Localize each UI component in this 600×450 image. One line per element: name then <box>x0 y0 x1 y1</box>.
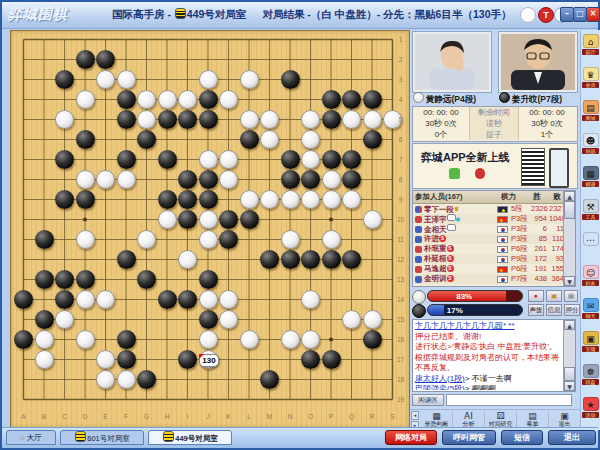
stone-black <box>117 250 136 269</box>
scroll-up-icon[interactable]: ▲ <box>564 191 575 201</box>
flag-dark-icon <box>497 206 508 213</box>
icon-glyph: ▦ <box>583 166 599 180</box>
icon-label: 聊天 <box>582 313 599 319</box>
coord-number: 19 <box>394 396 407 403</box>
white-byoyomi: 30秒 0次 <box>413 118 469 129</box>
white-stone-icon <box>413 92 424 103</box>
stone-white <box>158 210 177 229</box>
stone-white <box>301 150 320 169</box>
stone-white <box>199 290 218 309</box>
flag-emblem <box>501 258 505 262</box>
coord-letter: Q <box>346 413 358 420</box>
toolbar-icon: ▣ <box>549 411 580 421</box>
button-网络对局[interactable]: 网络对局 <box>385 430 437 445</box>
bubble-badge-icon <box>447 214 456 221</box>
black-player-photo <box>499 32 577 92</box>
flag-emblem <box>501 238 505 242</box>
coord-number: 9 <box>394 196 407 203</box>
stone-white <box>137 110 156 129</box>
stone-white <box>76 90 95 109</box>
toolbar-scroll-left-icon[interactable]: ◂ <box>411 411 419 420</box>
tab-601号对局室[interactable]: 601号对局室 <box>60 430 144 445</box>
system-message: 进行状态>‘黄静远’执白 中盘胜‘姜升旼’。 <box>415 342 557 351</box>
stone-black <box>342 90 361 109</box>
stone-black <box>363 90 382 109</box>
icon-label: 活动 <box>582 412 599 418</box>
stone-black <box>76 50 95 69</box>
spectator-row[interactable]: 许进SP3段85110 <box>413 234 565 244</box>
stone-black <box>55 190 74 209</box>
spectator-name[interactable]: 马逸超S <box>424 264 454 274</box>
flag-kr-icon <box>497 236 508 243</box>
stone-white <box>76 330 95 349</box>
icon-glyph: ▤ <box>583 100 599 114</box>
spectator-rank: P6段 <box>511 244 533 254</box>
side-icon-好友[interactable]: ☺好友 <box>582 265 599 286</box>
flag-emblem <box>501 248 505 252</box>
icon-glyph: ★ <box>583 397 599 411</box>
stone-black <box>281 250 300 269</box>
stone-black <box>55 70 74 89</box>
side-icon-bar: ⌂前厅♛会员▤商城☻对战▦棋谱⚒工具⋯☺好友✉聊天▣宝箱☸转盘★活动 <box>580 30 600 430</box>
stone-white <box>342 190 361 209</box>
stone-black <box>260 250 279 269</box>
stone-black <box>178 190 197 209</box>
coord-letter: E <box>100 413 112 420</box>
system-message: 根据弈城规则及对局者的认可，本结果将不再反复。 <box>415 353 559 373</box>
spectator-rank: P6段 <box>511 264 533 274</box>
gift-box-icon[interactable]: ▤ <box>564 290 578 302</box>
coord-letter: P <box>325 413 337 420</box>
stone-black <box>14 330 33 349</box>
coord-number: 14 <box>394 296 407 303</box>
white-time: 00: 00: 00 <box>413 108 469 117</box>
toolbar-icon: ⚄ <box>485 411 516 421</box>
stone-black <box>301 350 320 369</box>
stone-white <box>199 70 218 89</box>
stone-white <box>117 370 136 389</box>
stone-black <box>117 330 136 349</box>
icon-label: 对战 <box>582 148 599 154</box>
crown-badge-icon: ♛ <box>454 206 459 212</box>
qr-code <box>521 148 545 186</box>
thumb-icon <box>415 206 422 213</box>
stone-black <box>117 150 136 169</box>
stone-white <box>137 230 156 249</box>
stone-white <box>178 90 197 109</box>
scroll-thumb[interactable] <box>564 201 575 219</box>
stone-white <box>76 290 95 309</box>
phone-icon <box>549 148 569 188</box>
stone-white <box>199 150 218 169</box>
gift-case-icon[interactable]: ▣ <box>546 290 562 302</box>
side-icon-转盘[interactable]: ☸转盘 <box>582 364 599 385</box>
spectator-wins: 2326 <box>531 204 547 214</box>
coord-number: 11 <box>394 236 407 243</box>
side-icon-商城[interactable]: ▤商城 <box>582 100 599 121</box>
stone-black <box>219 210 238 229</box>
chat-message: 巴陵强奕(5段)> 唰唰唰 <box>415 384 563 390</box>
icon-glyph: ▣ <box>583 331 599 345</box>
icon-glyph: ☻ <box>583 133 599 147</box>
tool-icon[interactable]: T <box>538 7 554 23</box>
stone-black <box>260 370 279 389</box>
coord-letter: K <box>223 413 235 420</box>
side-icon-宝箱[interactable]: ▣宝箱 <box>582 331 599 352</box>
maximize-button[interactable]: □ <box>573 7 587 22</box>
spectator-wins: 261 <box>531 244 547 254</box>
flag-kr-icon <box>497 276 508 283</box>
chat-channel-button[interactable]: 闲谈区 <box>412 394 444 406</box>
spectator-rank: P7段 <box>511 274 533 284</box>
button-呼叫网管[interactable]: 呼叫网管 <box>442 430 496 445</box>
tab-大厅[interactable]: ⌂大厅 <box>6 430 56 445</box>
stone-white <box>260 130 279 149</box>
coord-letter: A <box>18 413 30 420</box>
label-byoyomi: 读秒 <box>469 118 519 129</box>
white-support-pct: 83% <box>456 291 472 302</box>
stone-black <box>322 250 341 269</box>
white-stone-icon <box>412 290 426 304</box>
coord-number: 15 <box>394 316 407 323</box>
icon-glyph: ✉ <box>583 298 599 312</box>
spectator-wins: 85 <box>531 234 547 244</box>
stone-white <box>96 70 115 89</box>
spectator-name[interactable]: 朴延桓S <box>424 254 454 264</box>
spectator-row[interactable]: 王泽宇◆★P3段9541040 <box>413 214 565 224</box>
icon-label: 转盘 <box>582 379 599 385</box>
spectator-rank: 5段 <box>511 204 533 214</box>
stone-white <box>301 290 320 309</box>
stone-black <box>76 270 95 289</box>
chat-user-text: > 不谨一去啊 <box>465 374 512 383</box>
spectator-list-header[interactable]: 参加人员(167) 棋力 胜 败 <box>413 191 565 204</box>
coord-number: 12 <box>394 256 407 263</box>
spectator-wins: 6 <box>531 224 547 234</box>
chat-user-name[interactable]: 巴陵强奕(5段) <box>415 384 465 390</box>
chat-messages: 卞几卞几卞几卞几卞几园* **押分已结束。谢谢!进行状态>‘黄静远’执白 中盘胜… <box>415 321 563 390</box>
chat-scrollbar[interactable]: ▲ ▼ <box>563 320 575 391</box>
stone-black <box>158 110 177 129</box>
spectator-losses: 110 <box>549 234 564 244</box>
stone-black <box>322 90 341 109</box>
stone-black <box>281 70 300 89</box>
label-remaining-time: 剩余时间 <box>469 107 519 118</box>
info-button[interactable]: 信息 <box>546 304 562 316</box>
stone-black <box>76 190 95 209</box>
toolbar-icon: ▤ <box>517 411 548 421</box>
spectator-row[interactable]: 零下一段♛5段23262327 <box>413 204 565 214</box>
black-support-bar: 17% 声援信息押分 <box>412 304 576 317</box>
stone-white <box>96 170 115 189</box>
stone-white <box>363 310 382 329</box>
last-move-label: 130 <box>199 354 219 367</box>
coord-letter: M <box>264 413 276 420</box>
stone-black <box>363 130 382 149</box>
s-badge-icon: S <box>447 265 454 272</box>
app-logo: 弈城围棋 <box>8 6 68 24</box>
spectator-row[interactable]: 朴珉重SP6段261174 <box>413 244 565 254</box>
coord-number: 13 <box>394 276 407 283</box>
button-短信[interactable]: 短信 <box>501 430 543 445</box>
chat-user-name[interactable]: 康太好人(1段) <box>415 374 465 383</box>
stone-black <box>199 190 218 209</box>
stone-white <box>240 110 259 129</box>
black-byoyomi: 30秒 0次 <box>519 118 575 129</box>
stone-white <box>219 90 238 109</box>
spectator-losses: 155 <box>549 264 564 274</box>
thumb-icon <box>415 276 422 283</box>
flag-kr-icon <box>497 226 508 233</box>
coord-letter: F <box>120 413 132 420</box>
stone-white <box>301 190 320 209</box>
stone-white <box>35 330 54 349</box>
coord-number: 2 <box>394 56 407 63</box>
app-ad-banner[interactable]: 弈城APP全新上线 <box>412 143 578 189</box>
button-退出[interactable]: 退出 <box>548 430 596 445</box>
icon-label: 好友 <box>582 280 599 286</box>
spectator-rank: P9段 <box>511 254 533 264</box>
bee-icon <box>75 431 86 442</box>
stone-white <box>322 190 341 209</box>
icon-glyph: ⚒ <box>583 199 599 213</box>
flag-emblem <box>501 278 505 282</box>
window-title: 国际高手房 - 449号对局室对局结果 -（白 中盘胜）- 分先：黑贴6目半（1… <box>112 8 478 22</box>
stone-black <box>117 110 136 129</box>
spectator-losses: 2327 <box>549 204 564 214</box>
side-icon-会员[interactable]: ♛会员 <box>582 67 599 88</box>
thumb-icon <box>415 236 422 243</box>
scroll-down-icon[interactable]: ▼ <box>564 276 575 286</box>
stone-black <box>199 310 218 329</box>
coord-number: 6 <box>394 136 407 143</box>
toolbar-icon: AI <box>453 411 484 421</box>
coord-number: 1 <box>394 36 407 43</box>
coord-letter: J <box>202 413 214 420</box>
stone-black <box>342 250 361 269</box>
thumb-icon <box>415 246 422 253</box>
side-icon-前厅[interactable]: ⌂前厅 <box>582 34 599 55</box>
side-icon-对战[interactable]: ☻对战 <box>582 133 599 154</box>
minimize-button[interactable]: – <box>560 7 574 22</box>
icon-label: 工具 <box>582 214 599 220</box>
spectator-losses: 1040 <box>549 214 564 224</box>
side-icon-聊天[interactable]: ✉聊天 <box>582 298 599 319</box>
bet-button[interactable]: 押分 <box>564 304 580 316</box>
black-support-pct: 17% <box>447 305 463 316</box>
title-result: 对局结果 -（白 中盘胜）- 分先：黑贴6目半（130手） <box>262 8 511 20</box>
stone-white <box>96 370 115 389</box>
chat-user-text: > 唰唰唰 <box>465 384 496 390</box>
stone-black <box>55 270 74 289</box>
stone-black <box>342 170 361 189</box>
thumb-icon <box>415 266 422 273</box>
spectator-wins: 172 <box>531 254 547 264</box>
chat-message: 根据弈城规则及对局者的认可，本结果将不再反复。 <box>415 353 563 374</box>
stone-black <box>137 270 156 289</box>
spectator-row[interactable]: 金相天P3段611 <box>413 224 565 234</box>
hand-icon[interactable] <box>520 7 536 23</box>
label-captures: 提子 <box>469 129 519 140</box>
white-player-photo <box>413 32 491 92</box>
stone-white <box>117 170 136 189</box>
chat-message: 押分已结束。谢谢! <box>415 332 563 343</box>
stone-black <box>199 170 218 189</box>
stone-white <box>55 110 74 129</box>
col-rank: 棋力 <box>501 191 516 203</box>
stone-black <box>35 310 54 329</box>
spectator-scrollbar[interactable]: ▲ ▼ <box>563 191 575 286</box>
stone-white <box>322 230 341 249</box>
spectator-name[interactable]: 许进S <box>424 234 446 244</box>
coord-number: 7 <box>394 156 407 163</box>
stone-white <box>219 150 238 169</box>
icon-label: 宝箱 <box>582 346 599 352</box>
spectator-name[interactable]: 朴珉重S <box>424 244 454 254</box>
bee-icon <box>175 8 186 19</box>
stone-white <box>96 290 115 309</box>
stone-black <box>14 290 33 309</box>
col-participants: 参加人员(167) <box>415 191 463 203</box>
stone-white <box>301 110 320 129</box>
col-losses: 败 <box>553 191 561 203</box>
cheer-button[interactable]: 声援 <box>528 304 544 316</box>
cheer-ball-icon[interactable]: ● <box>528 290 544 302</box>
stone-black <box>199 90 218 109</box>
side-icon-活动[interactable]: ★活动 <box>582 397 599 418</box>
stone-white <box>137 90 156 109</box>
coord-letter: B <box>38 413 50 420</box>
stone-white <box>178 250 197 269</box>
stone-white <box>240 330 259 349</box>
white-player-name: 黄静远(P4段) <box>413 92 476 103</box>
black-time: 00: 00: 00 <box>519 108 575 117</box>
stone-black <box>137 130 156 149</box>
stone-white <box>281 230 300 249</box>
stone-black <box>199 270 218 289</box>
flag-cn-icon: ★ <box>497 266 508 273</box>
spectator-rank: P3段 <box>511 234 533 244</box>
app-window: 弈城围棋 国际高手房 - 449号对局室对局结果 -（白 中盘胜）- 分先：黑贴… <box>0 0 600 450</box>
stone-white <box>322 170 341 189</box>
stone-white <box>363 110 382 129</box>
flag-kr-icon <box>497 246 508 253</box>
thumb-icon <box>415 226 422 233</box>
spectator-wins: 438 <box>531 274 547 284</box>
tab-label: 601号对局室 <box>87 434 130 443</box>
coord-number: 10 <box>394 216 407 223</box>
stone-white <box>281 190 300 209</box>
stone-white <box>76 170 95 189</box>
coord-letter: C <box>59 413 71 420</box>
chat-input[interactable] <box>446 394 572 406</box>
stone-black <box>219 230 238 249</box>
spectator-row[interactable]: 朴延桓SP9段17293 <box>413 254 565 264</box>
white-support-bar: 83% ● ▣ ▤ <box>412 290 576 303</box>
side-icon-棋谱[interactable]: ▦棋谱 <box>582 166 599 187</box>
stone-black <box>199 110 218 129</box>
apple-icon <box>475 168 485 179</box>
coord-letter: L <box>243 413 255 420</box>
chat-message: 康太好人(1段)> 不谨一去啊 <box>415 374 563 385</box>
goban[interactable]: 130ABCDEFGHIJKLMNOPQRS123456789101112131… <box>10 30 410 428</box>
thumb-icon <box>415 216 422 223</box>
chat-box[interactable]: 卞几卞几卞几卞几卞几园* **押分已结束。谢谢!进行状态>‘黄静远’执白 中盘胜… <box>412 319 576 392</box>
home-icon: ⌂ <box>20 433 25 442</box>
taskbar: ⌂大厅601号对局室449号对局室网络对局呼叫网管短信退出 <box>2 427 598 448</box>
coord-letter: S <box>387 413 399 420</box>
tab-449号对局室[interactable]: 449号对局室 <box>148 430 232 445</box>
black-player-name: 姜升旼(P7段) <box>499 92 562 103</box>
coord-letter: O <box>305 413 317 420</box>
black-captures: 1个 <box>519 129 575 140</box>
close-button[interactable]: × <box>586 7 600 22</box>
stone-black <box>322 110 341 129</box>
coord-letter: I <box>182 413 194 420</box>
android-icon <box>449 168 460 179</box>
stone-white <box>240 70 259 89</box>
stone-black <box>322 150 341 169</box>
spectator-row[interactable]: 马逸超S★P6段191155 <box>413 264 565 274</box>
banner-text: 弈城APP全新上线 <box>421 150 510 165</box>
flag-kr-icon <box>497 256 508 263</box>
scroll-up-icon[interactable]: ▲ <box>564 320 575 330</box>
stone-white <box>158 90 177 109</box>
side-icon-工具[interactable]: ⚒工具 <box>582 199 599 220</box>
stone-black <box>117 350 136 369</box>
scroll-down-icon[interactable]: ▼ <box>564 381 575 391</box>
scroll-thumb[interactable] <box>564 367 575 381</box>
coord-letter: D <box>79 413 91 420</box>
thumb-icon <box>415 256 422 263</box>
spectator-rank: P3段 <box>511 224 533 234</box>
title-room-prefix: 国际高手房 - <box>112 8 174 20</box>
chat-link[interactable]: 卞几卞几卞几卞几卞几园* ** <box>415 321 515 330</box>
spectator-name[interactable]: 金明训S <box>424 274 454 284</box>
stone-black <box>137 370 156 389</box>
icon-label: 会员 <box>582 82 599 88</box>
stone-black <box>178 110 197 129</box>
stone-black <box>117 90 136 109</box>
stone-black <box>342 150 361 169</box>
coord-letter: G <box>141 413 153 420</box>
stone-white <box>199 330 218 349</box>
s-badge-icon: S <box>439 235 446 242</box>
bee-icon <box>163 431 174 442</box>
stone-white <box>260 190 279 209</box>
stone-black <box>55 290 74 309</box>
spectator-list: 参加人员(167) 棋力 胜 败 零下一段♛5段23262327王泽宇◆★P3段… <box>412 190 576 287</box>
bubble-badge-icon <box>447 224 456 231</box>
stone-black <box>281 150 300 169</box>
coord-number: 8 <box>394 176 407 183</box>
icon-glyph: ⋯ <box>583 232 599 246</box>
stone-white <box>35 350 54 369</box>
stone-black <box>281 170 300 189</box>
coord-number: 4 <box>394 96 407 103</box>
flag-cn-icon: ★ <box>497 216 508 223</box>
spectator-losses: 174 <box>549 244 564 254</box>
spectator-row[interactable]: 金明训SP7段438364 <box>413 274 565 284</box>
coord-number: 17 <box>394 356 407 363</box>
coord-letter: N <box>284 413 296 420</box>
side-icon-more[interactable]: ⋯ <box>582 232 599 246</box>
coord-number: 5 <box>394 116 407 123</box>
clock-panel: 00: 00: 00 剩余时间 00: 00: 00 30秒 0次 读秒 30秒… <box>412 106 578 142</box>
title-bar: 弈城围棋 国际高手房 - 449号对局室对局结果 -（白 中盘胜）- 分先：黑贴… <box>2 2 598 29</box>
stone-black <box>240 130 259 149</box>
icon-glyph: ⌂ <box>583 34 599 48</box>
